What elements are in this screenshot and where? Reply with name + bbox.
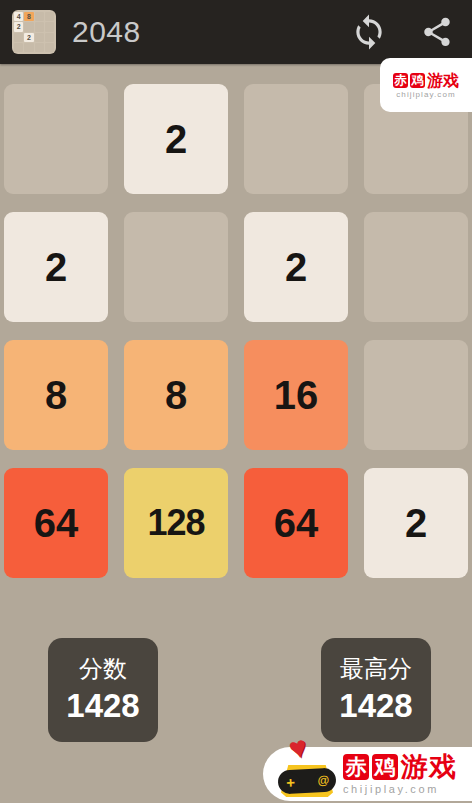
watermark-brand: 赤 鸡 游 戏 [343,753,457,781]
empty-cell-r1c3 [244,84,348,194]
empty-cell-r3c4 [364,340,468,450]
best-score-label: 最高分 [340,654,412,684]
brand-char-xi: 戏 [443,72,459,89]
watermark-badge-bottom[interactable]: ♥ + @ 赤 鸡 游 戏 chijiplay.com [263,747,472,801]
tile-2-r4c4: 2 [364,468,468,578]
brand-char-ji: 鸡 [372,754,398,780]
tile-8-r3c2: 8 [124,340,228,450]
gamepad-button-left: + [281,772,301,792]
tile-64-r4c3: 64 [244,468,348,578]
app-icon-cell [24,22,33,31]
app-icon-cell: 8 [24,12,33,21]
share-button[interactable] [418,13,456,51]
tile-64-r4c1: 64 [4,468,108,578]
gamepad-icon: ♥ + @ [277,747,337,801]
score-value: 1428 [66,686,139,726]
refresh-icon [350,13,388,51]
empty-cell-r2c4 [364,212,468,322]
score-row: 分数 1428 最高分 1428 [0,638,472,742]
best-score-value: 1428 [339,686,412,726]
gamepad-button-right: @ [313,770,333,790]
app-icon-cell: 4 [14,12,23,21]
share-icon [420,15,454,49]
game-board[interactable]: 222881664128642 [0,84,472,578]
gamepad-bar: + @ [277,767,336,794]
tile-2-r2c3: 2 [244,212,348,322]
app-icon-cell [24,43,33,52]
tile-2-r1c2: 2 [124,84,228,194]
app-icon-cell [45,12,54,21]
brand-char-chi: 赤 [343,754,369,780]
app-icon-cell [14,43,23,52]
app-bar-actions [350,13,472,51]
app-icon-cell [35,33,44,42]
app-bar: 4822 2048 [0,0,472,64]
watermark-badge-top[interactable]: 赤 鸡 游 戏 chijiplay.com [380,58,472,112]
empty-cell-r2c2 [124,212,228,322]
score-box: 分数 1428 [48,638,158,742]
brand-char-you: 游 [427,72,443,89]
app-icon-cell [45,43,54,52]
brand-char-ji: 鸡 [410,73,425,88]
app-title: 2048 [72,15,141,49]
app-icon-cell: 2 [24,33,33,42]
tile-16-r3c3: 16 [244,340,348,450]
best-score-box: 最高分 1428 [321,638,431,742]
refresh-button[interactable] [350,13,388,51]
app-icon-cell [45,22,54,31]
watermark-text: 赤 鸡 游 戏 chijiplay.com [343,753,457,795]
app-icon-cell [35,22,44,31]
brand-char-xi: 戏 [429,753,457,781]
app-icon-cell [45,33,54,42]
watermark-brand: 赤 鸡 游 戏 [393,72,459,89]
tile-2-r2c1: 2 [4,212,108,322]
brand-char-chi: 赤 [393,73,408,88]
app-icon-cell [35,12,44,21]
tile-8-r3c1: 8 [4,340,108,450]
app-icon-cell [14,33,23,42]
tile-128-r4c2: 128 [124,468,228,578]
brand-char-you: 游 [401,753,429,781]
app-icon: 4822 [12,10,56,54]
app-icon-cell [35,43,44,52]
score-label: 分数 [79,654,127,684]
watermark-url: chijiplay.com [396,90,456,99]
watermark-url: chijiplay.com [343,783,439,795]
empty-cell-r1c1 [4,84,108,194]
app-icon-cell: 2 [14,22,23,31]
